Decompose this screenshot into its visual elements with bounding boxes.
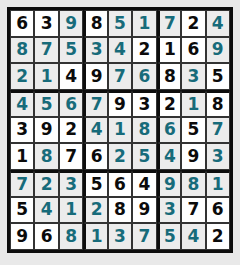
cell-r3c9[interactable]: 5 <box>206 63 230 90</box>
cell-r9c8[interactable]: 4 <box>181 223 205 250</box>
cell-r7c6[interactable]: 4 <box>132 170 156 197</box>
cell-r3c4[interactable]: 9 <box>83 63 107 90</box>
cell-r4c8[interactable]: 1 <box>181 90 205 117</box>
cell-r7c2[interactable]: 2 <box>34 170 58 197</box>
cell-r4c1[interactable]: 4 <box>10 90 34 117</box>
cell-r1c5[interactable]: 5 <box>108 10 132 37</box>
cell-r1c2[interactable]: 3 <box>34 10 58 37</box>
cell-r7c5[interactable]: 6 <box>108 170 132 197</box>
cell-r7c8[interactable]: 8 <box>181 170 205 197</box>
cell-r4c5[interactable]: 9 <box>108 90 132 117</box>
cell-r9c1[interactable]: 9 <box>10 223 34 250</box>
cell-r7c3[interactable]: 3 <box>59 170 83 197</box>
cell-r2c2[interactable]: 7 <box>34 37 58 64</box>
cell-r3c1[interactable]: 2 <box>10 63 34 90</box>
cell-r6c1[interactable]: 1 <box>10 143 34 170</box>
cell-r3c8[interactable]: 3 <box>181 63 205 90</box>
cell-r3c6[interactable]: 6 <box>132 63 156 90</box>
cell-r1c7[interactable]: 7 <box>157 10 181 37</box>
cell-r3c3[interactable]: 4 <box>59 63 83 90</box>
cell-r2c7[interactable]: 1 <box>157 37 181 64</box>
cell-r9c4[interactable]: 1 <box>83 223 107 250</box>
cell-r8c1[interactable]: 5 <box>10 197 34 224</box>
cell-r5c9[interactable]: 7 <box>206 117 230 144</box>
cell-r1c8[interactable]: 2 <box>181 10 205 37</box>
cell-r1c3[interactable]: 9 <box>59 10 83 37</box>
cell-r9c3[interactable]: 8 <box>59 223 83 250</box>
cell-r5c7[interactable]: 6 <box>157 117 181 144</box>
cell-r2c6[interactable]: 2 <box>132 37 156 64</box>
cell-r8c9[interactable]: 6 <box>206 197 230 224</box>
sudoku-board: 6398517248753421692149768354567932183924… <box>7 7 233 253</box>
cell-r8c4[interactable]: 2 <box>83 197 107 224</box>
cell-r5c4[interactable]: 4 <box>83 117 107 144</box>
cell-r8c3[interactable]: 1 <box>59 197 83 224</box>
cell-r4c2[interactable]: 5 <box>34 90 58 117</box>
cell-r7c7[interactable]: 9 <box>157 170 181 197</box>
cell-r6c9[interactable]: 3 <box>206 143 230 170</box>
cell-r5c2[interactable]: 9 <box>34 117 58 144</box>
cell-r5c8[interactable]: 5 <box>181 117 205 144</box>
cell-r7c9[interactable]: 1 <box>206 170 230 197</box>
cell-r3c2[interactable]: 1 <box>34 63 58 90</box>
cell-r1c1[interactable]: 6 <box>10 10 34 37</box>
cell-r5c6[interactable]: 8 <box>132 117 156 144</box>
cell-r3c5[interactable]: 7 <box>108 63 132 90</box>
cell-r9c9[interactable]: 2 <box>206 223 230 250</box>
cell-r1c4[interactable]: 8 <box>83 10 107 37</box>
cell-r6c7[interactable]: 4 <box>157 143 181 170</box>
cell-r6c8[interactable]: 9 <box>181 143 205 170</box>
cell-r7c1[interactable]: 7 <box>10 170 34 197</box>
cell-r8c8[interactable]: 7 <box>181 197 205 224</box>
cell-r2c3[interactable]: 5 <box>59 37 83 64</box>
cell-r1c6[interactable]: 1 <box>132 10 156 37</box>
cell-r6c6[interactable]: 5 <box>132 143 156 170</box>
cell-r8c5[interactable]: 8 <box>108 197 132 224</box>
cell-r9c2[interactable]: 6 <box>34 223 58 250</box>
cell-r4c3[interactable]: 6 <box>59 90 83 117</box>
cell-r8c2[interactable]: 4 <box>34 197 58 224</box>
cell-r6c2[interactable]: 8 <box>34 143 58 170</box>
cell-r2c9[interactable]: 9 <box>206 37 230 64</box>
cell-r4c4[interactable]: 7 <box>83 90 107 117</box>
cell-r2c1[interactable]: 8 <box>10 37 34 64</box>
cell-r1c9[interactable]: 4 <box>206 10 230 37</box>
cell-r9c6[interactable]: 7 <box>132 223 156 250</box>
cell-r5c1[interactable]: 3 <box>10 117 34 144</box>
sudoku-app: 6398517248753421692149768354567932183924… <box>0 0 240 265</box>
cell-r2c5[interactable]: 4 <box>108 37 132 64</box>
cell-r2c4[interactable]: 3 <box>83 37 107 64</box>
cell-r2c8[interactable]: 6 <box>181 37 205 64</box>
cell-r4c7[interactable]: 2 <box>157 90 181 117</box>
cell-r3c7[interactable]: 8 <box>157 63 181 90</box>
cell-r4c6[interactable]: 3 <box>132 90 156 117</box>
cell-r9c7[interactable]: 5 <box>157 223 181 250</box>
cell-r7c4[interactable]: 5 <box>83 170 107 197</box>
cell-r6c4[interactable]: 6 <box>83 143 107 170</box>
cell-r6c3[interactable]: 7 <box>59 143 83 170</box>
cell-r5c3[interactable]: 2 <box>59 117 83 144</box>
cell-r5c5[interactable]: 1 <box>108 117 132 144</box>
cell-r8c7[interactable]: 3 <box>157 197 181 224</box>
cell-r8c6[interactable]: 9 <box>132 197 156 224</box>
cell-r6c5[interactable]: 2 <box>108 143 132 170</box>
cell-r9c5[interactable]: 3 <box>108 223 132 250</box>
cell-r4c9[interactable]: 8 <box>206 90 230 117</box>
